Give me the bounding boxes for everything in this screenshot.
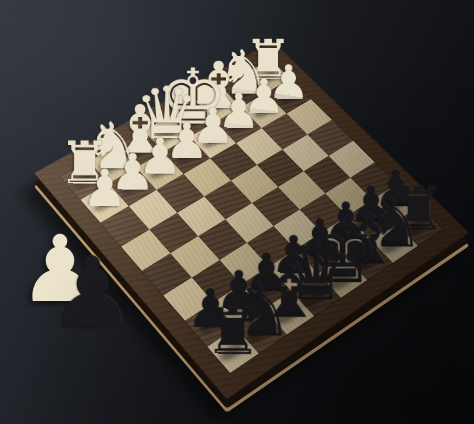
square-a8: ♜: [207, 328, 258, 373]
square-e5: [252, 187, 300, 226]
scene: ♜♞♝♛♚♝♞♜♟♟♟♟♟♟♟♟♟♟♟♟♟♟♟♟♜♞♝♛♚♝♞♜ ♟♟: [0, 0, 474, 424]
offboard-black-pawn: ♟: [48, 244, 136, 342]
